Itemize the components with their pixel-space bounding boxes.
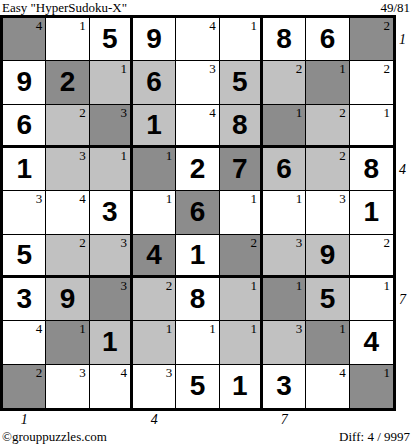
- pencil-mark: 1: [296, 279, 303, 293]
- cell-r8c2[interactable]: 1: [46, 321, 89, 364]
- pencil-mark: 2: [79, 236, 86, 250]
- cell-r1c8[interactable]: 6: [306, 18, 349, 61]
- pencil-mark: 4: [209, 19, 216, 33]
- pencil-mark: 4: [36, 322, 43, 336]
- pencil-mark: 2: [383, 19, 390, 33]
- cell-r8c3[interactable]: 1: [90, 321, 133, 364]
- given-digit: 8: [364, 155, 380, 183]
- cell-r2c9[interactable]: 2: [350, 61, 393, 104]
- cell-r6c4[interactable]: 4: [133, 235, 176, 278]
- cell-r9c4[interactable]: 3: [133, 365, 176, 408]
- pencil-mark: 1: [250, 322, 257, 336]
- cell-r6c5[interactable]: 1: [176, 235, 219, 278]
- footer: ©grouppuzzles.com Diff: 4 / 9997: [0, 427, 412, 443]
- cell-r4c2[interactable]: 3: [46, 148, 89, 191]
- row-label-1: 1: [399, 32, 406, 48]
- pencil-mark: 2: [383, 62, 390, 76]
- cell-r5c6[interactable]: 1: [220, 191, 263, 234]
- cell-r6c1[interactable]: 5: [3, 235, 46, 278]
- given-digit: 6: [276, 155, 292, 183]
- board-area: 4159418629216352126231481211311276283431…: [0, 15, 412, 427]
- cell-r3c6[interactable]: 8: [220, 105, 263, 148]
- given-digit: 5: [102, 25, 118, 53]
- cell-r2c7[interactable]: 2: [263, 61, 306, 104]
- difficulty-text: Diff: 4 / 9997: [339, 430, 410, 443]
- pencil-mark: 1: [166, 192, 173, 206]
- pencil-mark: 2: [383, 236, 390, 250]
- col-label-4: 4: [151, 412, 158, 428]
- copyright-text: ©grouppuzzles.com: [2, 430, 107, 443]
- pencil-mark: 2: [339, 106, 346, 120]
- cell-r5c3[interactable]: 3: [90, 191, 133, 234]
- pencil-mark: 1: [383, 279, 390, 293]
- puzzle-title: Easy "HyperSudoku-X": [2, 1, 127, 14]
- cell-r6c8[interactable]: 9: [306, 235, 349, 278]
- cell-r1c6[interactable]: 1: [220, 18, 263, 61]
- cell-r1c3[interactable]: 5: [90, 18, 133, 61]
- cell-r2c8[interactable]: 1: [306, 61, 349, 104]
- cell-r7c7[interactable]: 1: [263, 278, 306, 321]
- cell-r7c5[interactable]: 8: [176, 278, 219, 321]
- given-digit: 3: [276, 372, 292, 400]
- cell-r4c8[interactable]: 2: [306, 148, 349, 191]
- cell-r2c1[interactable]: 9: [3, 61, 46, 104]
- cell-r9c6[interactable]: 1: [220, 365, 263, 408]
- given-digit: 3: [16, 285, 32, 313]
- cell-r5c9[interactable]: 1: [350, 191, 393, 234]
- col-label-7: 7: [281, 412, 288, 428]
- pencil-mark: 2: [166, 279, 173, 293]
- cell-r3c4[interactable]: 1: [133, 105, 176, 148]
- cell-r1c5[interactable]: 4: [176, 18, 219, 61]
- cell-r3c9[interactable]: 1: [350, 105, 393, 148]
- pencil-mark: 3: [209, 62, 216, 76]
- cell-r7c6[interactable]: 1: [220, 278, 263, 321]
- puzzle-page: Easy "HyperSudoku-X" 49/81 4159418629216…: [0, 0, 412, 443]
- pencil-mark: 4: [79, 192, 86, 206]
- cell-r7c9[interactable]: 1: [350, 278, 393, 321]
- given-digit: 8: [232, 111, 248, 139]
- cell-r5c7[interactable]: 1: [263, 191, 306, 234]
- cell-r2c4[interactable]: 6: [133, 61, 176, 104]
- cell-r7c2[interactable]: 9: [46, 278, 89, 321]
- pencil-mark: 3: [296, 322, 303, 336]
- cell-r9c5[interactable]: 5: [176, 365, 219, 408]
- given-digit: 6: [190, 198, 206, 226]
- given-digit: 1: [190, 241, 206, 269]
- sudoku-board: 4159418629216352126231481211311276283431…: [0, 15, 396, 411]
- given-digit: 9: [320, 241, 336, 269]
- pencil-mark: 4: [339, 366, 346, 380]
- cell-r8c5[interactable]: 1: [176, 321, 219, 364]
- cell-r3c8[interactable]: 2: [306, 105, 349, 148]
- given-digit: 5: [232, 68, 248, 96]
- cell-r9c8[interactable]: 4: [306, 365, 349, 408]
- cell-r9c3[interactable]: 4: [90, 365, 133, 408]
- given-digit: 2: [60, 68, 76, 96]
- given-digit: 5: [16, 241, 32, 269]
- pencil-mark: 3: [79, 149, 86, 163]
- given-digit: 7: [232, 155, 248, 183]
- cell-r1c9[interactable]: 2: [350, 18, 393, 61]
- cell-r2c5[interactable]: 3: [176, 61, 219, 104]
- cell-r8c9[interactable]: 4: [350, 321, 393, 364]
- cell-r5c5[interactable]: 6: [176, 191, 219, 234]
- pencil-mark: 1: [250, 192, 257, 206]
- pencil-mark: 1: [120, 62, 127, 76]
- pencil-mark: 1: [209, 322, 216, 336]
- pencil-mark: 1: [166, 149, 173, 163]
- cell-r6c2[interactable]: 2: [46, 235, 89, 278]
- header: Easy "HyperSudoku-X" 49/81: [0, 0, 412, 15]
- cell-r1c1[interactable]: 4: [3, 18, 46, 61]
- cell-r3c2[interactable]: 2: [46, 105, 89, 148]
- cell-r9c7[interactable]: 3: [263, 365, 306, 408]
- given-digit: 6: [146, 68, 162, 96]
- given-digit: 5: [320, 285, 336, 313]
- cell-r8c4[interactable]: 1: [133, 321, 176, 364]
- given-digit: 5: [190, 372, 206, 400]
- pencil-mark: 1: [120, 149, 127, 163]
- given-digit: 1: [232, 372, 248, 400]
- cell-r4c7[interactable]: 6: [263, 148, 306, 191]
- row-label-4: 4: [399, 162, 406, 178]
- pencil-mark: 4: [209, 106, 216, 120]
- cell-r2c6[interactable]: 5: [220, 61, 263, 104]
- given-digit: 6: [320, 25, 336, 53]
- cell-r9c9[interactable]: 1: [350, 365, 393, 408]
- given-digit: 8: [276, 25, 292, 53]
- given-digit: 4: [364, 328, 380, 356]
- given-digit: 6: [16, 111, 32, 139]
- pencil-mark: 3: [120, 106, 127, 120]
- cell-r5c4[interactable]: 1: [133, 191, 176, 234]
- pencil-mark: 1: [339, 322, 346, 336]
- cell-r1c2[interactable]: 1: [46, 18, 89, 61]
- cell-r8c8[interactable]: 1: [306, 321, 349, 364]
- pencil-mark: 1: [383, 366, 390, 380]
- cell-r4c4[interactable]: 1: [133, 148, 176, 191]
- pencil-mark: 1: [339, 62, 346, 76]
- cell-r1c7[interactable]: 8: [263, 18, 306, 61]
- row-label-7: 7: [399, 292, 406, 308]
- cell-r2c3[interactable]: 1: [90, 61, 133, 104]
- pencil-mark: 3: [166, 366, 173, 380]
- cell-r2c2[interactable]: 2: [46, 61, 89, 104]
- pencil-mark: 4: [36, 19, 43, 33]
- pencil-mark: 2: [36, 366, 43, 380]
- pencil-mark: 3: [120, 279, 127, 293]
- pencil-mark: 2: [250, 236, 257, 250]
- cell-r9c1[interactable]: 2: [3, 365, 46, 408]
- cell-r3c7[interactable]: 1: [263, 105, 306, 148]
- pencil-mark: 3: [339, 192, 346, 206]
- cell-r4c6[interactable]: 7: [220, 148, 263, 191]
- cell-r6c3[interactable]: 3: [90, 235, 133, 278]
- cell-r3c3[interactable]: 3: [90, 105, 133, 148]
- pencil-mark: 4: [120, 366, 127, 380]
- pencil-mark: 1: [166, 322, 173, 336]
- col-label-1: 1: [21, 412, 28, 428]
- given-digit: 9: [146, 25, 162, 53]
- pencil-mark: 3: [36, 192, 43, 206]
- cell-r4c3[interactable]: 1: [90, 148, 133, 191]
- pencil-mark: 2: [339, 149, 346, 163]
- progress-counter: 49/81: [380, 1, 410, 14]
- given-digit: 9: [16, 68, 32, 96]
- cell-r4c1[interactable]: 1: [3, 148, 46, 191]
- cell-r7c1[interactable]: 3: [3, 278, 46, 321]
- given-digit: 1: [102, 328, 118, 356]
- cell-r1c4[interactable]: 9: [133, 18, 176, 61]
- cell-r7c4[interactable]: 2: [133, 278, 176, 321]
- given-digit: 8: [190, 285, 206, 313]
- given-digit: 4: [146, 241, 162, 269]
- cell-r6c7[interactable]: 3: [263, 235, 306, 278]
- pencil-mark: 1: [296, 106, 303, 120]
- pencil-mark: 1: [296, 192, 303, 206]
- cell-r9c2[interactable]: 3: [46, 365, 89, 408]
- pencil-mark: 1: [250, 19, 257, 33]
- given-digit: 9: [60, 285, 76, 313]
- pencil-mark: 3: [296, 236, 303, 250]
- given-digit: 1: [364, 198, 380, 226]
- given-digit: 1: [146, 111, 162, 139]
- cell-r5c1[interactable]: 3: [3, 191, 46, 234]
- pencil-mark: 2: [296, 62, 303, 76]
- pencil-mark: 1: [79, 19, 86, 33]
- cell-r5c8[interactable]: 3: [306, 191, 349, 234]
- cell-r7c3[interactable]: 3: [90, 278, 133, 321]
- pencil-mark: 1: [383, 106, 390, 120]
- cell-r8c6[interactable]: 1: [220, 321, 263, 364]
- cell-r8c1[interactable]: 4: [3, 321, 46, 364]
- cell-r5c2[interactable]: 4: [46, 191, 89, 234]
- pencil-mark: 1: [250, 279, 257, 293]
- cell-r3c5[interactable]: 4: [176, 105, 219, 148]
- pencil-mark: 3: [79, 366, 86, 380]
- cell-r7c8[interactable]: 5: [306, 278, 349, 321]
- cell-r8c7[interactable]: 3: [263, 321, 306, 364]
- cell-r4c5[interactable]: 2: [176, 148, 219, 191]
- cell-r3c1[interactable]: 6: [3, 105, 46, 148]
- pencil-mark: 1: [79, 322, 86, 336]
- pencil-mark: 3: [120, 236, 127, 250]
- given-digit: 2: [190, 155, 206, 183]
- cell-r6c9[interactable]: 2: [350, 235, 393, 278]
- given-digit: 1: [16, 155, 32, 183]
- given-digit: 3: [102, 198, 118, 226]
- cell-r4c9[interactable]: 8: [350, 148, 393, 191]
- cell-r6c6[interactable]: 2: [220, 235, 263, 278]
- pencil-mark: 2: [79, 106, 86, 120]
